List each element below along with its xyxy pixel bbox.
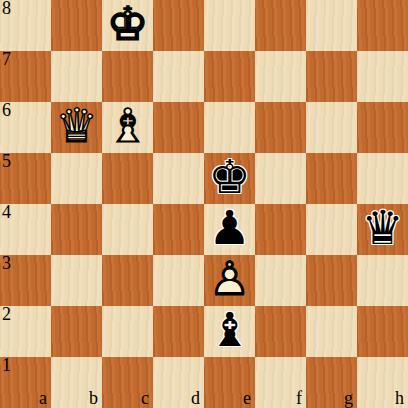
square-c3[interactable] [102, 255, 153, 306]
square-e4[interactable]: ♟ [204, 204, 255, 255]
square-d5[interactable] [153, 153, 204, 204]
square-g7[interactable] [306, 51, 357, 102]
square-g3[interactable] [306, 255, 357, 306]
rank-label-3: 3 [2, 254, 11, 273]
rank-label-8: 8 [2, 0, 11, 18]
square-f1[interactable]: f [255, 357, 306, 408]
square-d8[interactable] [153, 0, 204, 51]
square-d6[interactable] [153, 102, 204, 153]
square-g5[interactable] [306, 153, 357, 204]
square-c8[interactable]: ♚♔ [102, 0, 153, 51]
square-h6[interactable] [357, 102, 408, 153]
rank-label-1: 1 [2, 356, 11, 375]
square-g4[interactable] [306, 204, 357, 255]
square-h2[interactable] [357, 306, 408, 357]
square-c5[interactable] [102, 153, 153, 204]
square-f4[interactable] [255, 204, 306, 255]
square-d2[interactable] [153, 306, 204, 357]
square-e8[interactable] [204, 0, 255, 51]
square-e5[interactable]: ♚ [204, 153, 255, 204]
square-c2[interactable] [102, 306, 153, 357]
white-bishop-outline-icon: ♗ [102, 100, 153, 151]
square-f6[interactable] [255, 102, 306, 153]
square-h1[interactable]: h [357, 357, 408, 408]
white-pawn-e3[interactable]: ♟♙ [204, 255, 255, 306]
square-c4[interactable] [102, 204, 153, 255]
square-b5[interactable] [51, 153, 102, 204]
square-b4[interactable] [51, 204, 102, 255]
square-b6[interactable]: ♛♕ [51, 102, 102, 153]
square-f2[interactable] [255, 306, 306, 357]
white-king-c8[interactable]: ♚♔ [102, 0, 153, 51]
black-bishop-icon: ♝ [204, 304, 255, 355]
square-d4[interactable] [153, 204, 204, 255]
black-queen-h4[interactable]: ♛ [357, 204, 408, 255]
square-e2[interactable]: ♝ [204, 306, 255, 357]
square-e3[interactable]: ♟♙ [204, 255, 255, 306]
white-bishop-c6[interactable]: ♝♗ [102, 102, 153, 153]
square-a7[interactable]: 7 [0, 51, 51, 102]
square-c1[interactable]: c [102, 357, 153, 408]
rank-label-7: 7 [2, 50, 11, 69]
white-queen-outline-icon: ♕ [51, 100, 102, 151]
chess-board: 8♚♔76♛♕♝♗5♚4♟♛3♟♙2♝1abcdefgh [0, 0, 408, 408]
file-label-a: a [39, 389, 47, 407]
black-king-icon: ♚ [204, 151, 255, 202]
rank-label-5: 5 [2, 152, 11, 171]
square-d1[interactable]: d [153, 357, 204, 408]
black-king-e5[interactable]: ♚ [204, 153, 255, 204]
square-a1[interactable]: 1a [0, 357, 51, 408]
black-queen-icon: ♛ [357, 202, 408, 253]
square-d3[interactable] [153, 255, 204, 306]
square-a2[interactable]: 2 [0, 306, 51, 357]
square-f7[interactable] [255, 51, 306, 102]
file-label-g: g [344, 389, 353, 407]
square-h7[interactable] [357, 51, 408, 102]
square-a3[interactable]: 3 [0, 255, 51, 306]
square-b7[interactable] [51, 51, 102, 102]
white-queen-b6[interactable]: ♛♕ [51, 102, 102, 153]
square-a5[interactable]: 5 [0, 153, 51, 204]
file-label-c: c [141, 389, 149, 407]
square-e7[interactable] [204, 51, 255, 102]
square-c6[interactable]: ♝♗ [102, 102, 153, 153]
white-pawn-outline-icon: ♙ [204, 253, 255, 304]
square-b2[interactable] [51, 306, 102, 357]
square-h4[interactable]: ♛ [357, 204, 408, 255]
black-bishop-e2[interactable]: ♝ [204, 306, 255, 357]
square-a4[interactable]: 4 [0, 204, 51, 255]
square-g1[interactable]: g [306, 357, 357, 408]
rank-label-4: 4 [2, 203, 11, 222]
file-label-f: f [296, 389, 302, 407]
rank-label-2: 2 [2, 305, 11, 324]
square-d7[interactable] [153, 51, 204, 102]
file-label-d: d [191, 389, 200, 407]
square-g8[interactable] [306, 0, 357, 51]
square-a8[interactable]: 8 [0, 0, 51, 51]
square-b3[interactable] [51, 255, 102, 306]
square-e1[interactable]: e [204, 357, 255, 408]
black-pawn-icon: ♟ [204, 202, 255, 253]
square-f5[interactable] [255, 153, 306, 204]
square-e6[interactable] [204, 102, 255, 153]
square-b1[interactable]: b [51, 357, 102, 408]
square-g6[interactable] [306, 102, 357, 153]
black-pawn-e4[interactable]: ♟ [204, 204, 255, 255]
square-f8[interactable] [255, 0, 306, 51]
file-label-e: e [243, 389, 251, 407]
white-king-outline-icon: ♔ [102, 0, 153, 49]
square-h5[interactable] [357, 153, 408, 204]
file-label-b: b [89, 389, 98, 407]
file-label-h: h [395, 389, 404, 407]
square-b8[interactable] [51, 0, 102, 51]
square-h8[interactable] [357, 0, 408, 51]
rank-label-6: 6 [2, 101, 11, 120]
square-g2[interactable] [306, 306, 357, 357]
square-c7[interactable] [102, 51, 153, 102]
square-f3[interactable] [255, 255, 306, 306]
square-h3[interactable] [357, 255, 408, 306]
square-a6[interactable]: 6 [0, 102, 51, 153]
